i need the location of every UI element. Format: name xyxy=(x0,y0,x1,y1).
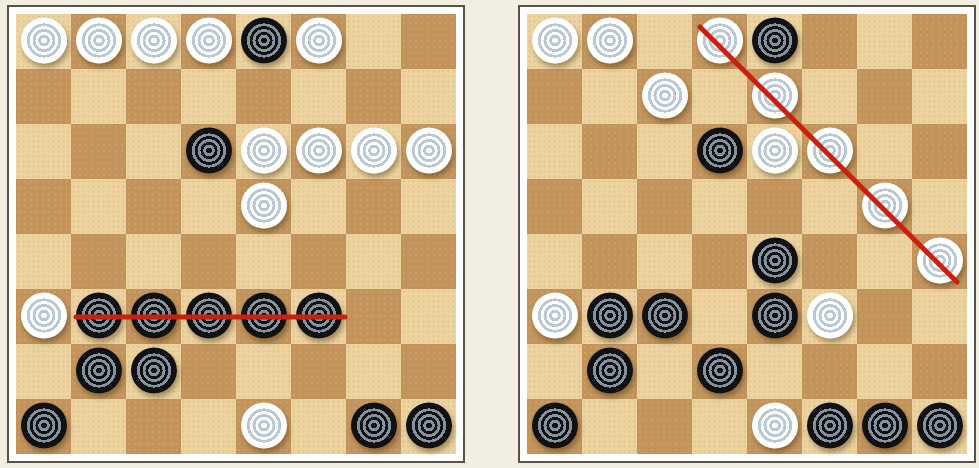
white-checker-r2c5[interactable] xyxy=(296,127,342,173)
white-checker-r0c1[interactable] xyxy=(587,17,633,63)
board-left-square-r1c5[interactable] xyxy=(291,69,346,124)
board-left-square-r4c0[interactable] xyxy=(16,234,71,289)
black-checker-r7c6[interactable] xyxy=(862,402,908,448)
board-right-square-r5c4[interactable] xyxy=(747,289,802,344)
page xyxy=(0,0,979,468)
white-checker-r5c5[interactable] xyxy=(807,292,853,338)
board-right-square-r5c7[interactable] xyxy=(912,289,967,344)
board-left-square-r5c0[interactable] xyxy=(16,289,71,344)
board-left-square-r1c0[interactable] xyxy=(16,69,71,124)
board-left-square-r4c3[interactable] xyxy=(181,234,236,289)
board-left-square-r2c0[interactable] xyxy=(16,124,71,179)
board-left-square-r2c3[interactable] xyxy=(181,124,236,179)
board-left-square-r2c6[interactable] xyxy=(346,124,401,179)
board-right-square-r1c5[interactable] xyxy=(802,69,857,124)
board-left-square-r7c5[interactable] xyxy=(291,399,346,454)
board-right-square-r0c2[interactable] xyxy=(637,14,692,69)
board-left-square-r1c4[interactable] xyxy=(236,69,291,124)
board-right-square-r2c4[interactable] xyxy=(747,124,802,179)
board-left-square-r0c6[interactable] xyxy=(346,14,401,69)
board-left-square-r7c3[interactable] xyxy=(181,399,236,454)
board-right-square-r7c6[interactable] xyxy=(857,399,912,454)
board-left-square-r4c2[interactable] xyxy=(126,234,181,289)
board-right-square-r4c6[interactable] xyxy=(857,234,912,289)
board-left-square-r4c1[interactable] xyxy=(71,234,126,289)
black-checker-r5c2[interactable] xyxy=(642,292,688,338)
board-right-square-r6c7[interactable] xyxy=(912,344,967,399)
board-right-square-r4c4[interactable] xyxy=(747,234,802,289)
board-left-square-r5c3[interactable] xyxy=(181,289,236,344)
white-checker-r7c4[interactable] xyxy=(752,402,798,448)
board-left-square-r6c4[interactable] xyxy=(236,344,291,399)
board-right-square-r7c5[interactable] xyxy=(802,399,857,454)
board-left-square-r6c1[interactable] xyxy=(71,344,126,399)
black-checker-r6c2[interactable] xyxy=(131,347,177,393)
board-right-square-r3c0[interactable] xyxy=(527,179,582,234)
board-right-square-r2c7[interactable] xyxy=(912,124,967,179)
white-checker-r3c6[interactable] xyxy=(862,182,908,228)
white-checker-r0c1[interactable] xyxy=(76,17,122,63)
board-right-square-r6c6[interactable] xyxy=(857,344,912,399)
white-checker-r2c5[interactable] xyxy=(807,127,853,173)
board-right-square-r2c6[interactable] xyxy=(857,124,912,179)
board-left-square-r5c4[interactable] xyxy=(236,289,291,344)
board-left-square-r1c6[interactable] xyxy=(346,69,401,124)
white-checker-r2c6[interactable] xyxy=(351,127,397,173)
board-left-square-r3c0[interactable] xyxy=(16,179,71,234)
board-left-square-r4c7[interactable] xyxy=(401,234,456,289)
board-right-square-r0c5[interactable] xyxy=(802,14,857,69)
board-left-square-r3c3[interactable] xyxy=(181,179,236,234)
board-right-square-r0c7[interactable] xyxy=(912,14,967,69)
board-right-square-r3c5[interactable] xyxy=(802,179,857,234)
board-right-square-r0c3[interactable] xyxy=(692,14,747,69)
black-checker-r5c1[interactable] xyxy=(76,292,122,338)
black-checker-r7c0[interactable] xyxy=(21,402,67,448)
board-left-square-r6c7[interactable] xyxy=(401,344,456,399)
board-right-square-r7c1[interactable] xyxy=(582,399,637,454)
board-right-square-r6c1[interactable] xyxy=(582,344,637,399)
black-checker-r6c1[interactable] xyxy=(587,347,633,393)
black-checker-r7c6[interactable] xyxy=(351,402,397,448)
board-left-square-r5c6[interactable] xyxy=(346,289,401,344)
board-left-square-r6c5[interactable] xyxy=(291,344,346,399)
board-left-square-r3c6[interactable] xyxy=(346,179,401,234)
white-checker-r0c2[interactable] xyxy=(131,17,177,63)
white-checker-r5c0[interactable] xyxy=(21,292,67,338)
board-left-square-r3c5[interactable] xyxy=(291,179,346,234)
board-right-square-r2c0[interactable] xyxy=(527,124,582,179)
board-right-grid xyxy=(527,14,967,454)
board-right-square-r4c0[interactable] xyxy=(527,234,582,289)
board-right-square-r5c5[interactable] xyxy=(802,289,857,344)
board-left-square-r0c4[interactable] xyxy=(236,14,291,69)
black-checker-r7c7[interactable] xyxy=(406,402,452,448)
white-checker-r0c0[interactable] xyxy=(532,17,578,63)
white-checker-r7c4[interactable] xyxy=(241,402,287,448)
black-checker-r6c1[interactable] xyxy=(76,347,122,393)
board-left-square-r7c7[interactable] xyxy=(401,399,456,454)
board-left-square-r5c1[interactable] xyxy=(71,289,126,344)
board-left-square-r7c1[interactable] xyxy=(71,399,126,454)
black-checker-r5c5[interactable] xyxy=(296,292,342,338)
board-left-square-r0c7[interactable] xyxy=(401,14,456,69)
board-left-square-r5c5[interactable] xyxy=(291,289,346,344)
board-left-square-r3c2[interactable] xyxy=(126,179,181,234)
black-checker-r0c4[interactable] xyxy=(241,17,287,63)
black-checker-r7c0[interactable] xyxy=(532,402,578,448)
board-left-square-r2c4[interactable] xyxy=(236,124,291,179)
board-right-square-r3c3[interactable] xyxy=(692,179,747,234)
board-left-square-r5c7[interactable] xyxy=(401,289,456,344)
board-left-square-r3c4[interactable] xyxy=(236,179,291,234)
board-right-square-r4c1[interactable] xyxy=(582,234,637,289)
black-checker-r2c3[interactable] xyxy=(697,127,743,173)
board-right-square-r3c7[interactable] xyxy=(912,179,967,234)
board-left-square-r7c4[interactable] xyxy=(236,399,291,454)
board-right-square-r7c3[interactable] xyxy=(692,399,747,454)
board-left-square-r4c5[interactable] xyxy=(291,234,346,289)
black-checker-r5c2[interactable] xyxy=(131,292,177,338)
board-right-square-r1c4[interactable] xyxy=(747,69,802,124)
board-left-square-r1c1[interactable] xyxy=(71,69,126,124)
board-left-square-r0c5[interactable] xyxy=(291,14,346,69)
board-left-square-r0c2[interactable] xyxy=(126,14,181,69)
board-right-square-r1c6[interactable] xyxy=(857,69,912,124)
board-right-square-r6c3[interactable] xyxy=(692,344,747,399)
board-right-square-r3c2[interactable] xyxy=(637,179,692,234)
black-checker-r7c7[interactable] xyxy=(917,402,963,448)
board-left-square-r6c3[interactable] xyxy=(181,344,236,399)
white-checker-r0c3[interactable] xyxy=(697,17,743,63)
board-left-square-r2c7[interactable] xyxy=(401,124,456,179)
board-left-square-r2c2[interactable] xyxy=(126,124,181,179)
board-right-square-r2c1[interactable] xyxy=(582,124,637,179)
board-right-square-r5c2[interactable] xyxy=(637,289,692,344)
board-left-square-r3c7[interactable] xyxy=(401,179,456,234)
board-left-square-r1c2[interactable] xyxy=(126,69,181,124)
board-left-square-r0c0[interactable] xyxy=(16,14,71,69)
board-left xyxy=(7,5,465,463)
board-right-square-r0c0[interactable] xyxy=(527,14,582,69)
board-right-square-r3c1[interactable] xyxy=(582,179,637,234)
board-right-square-r4c3[interactable] xyxy=(692,234,747,289)
board-left-square-r4c6[interactable] xyxy=(346,234,401,289)
white-checker-r2c4[interactable] xyxy=(241,127,287,173)
black-checker-r6c3[interactable] xyxy=(697,347,743,393)
board-right-square-r0c6[interactable] xyxy=(857,14,912,69)
board-right-square-r1c0[interactable] xyxy=(527,69,582,124)
black-checker-r7c5[interactable] xyxy=(807,402,853,448)
board-right-square-r1c3[interactable] xyxy=(692,69,747,124)
white-checker-r0c0[interactable] xyxy=(21,17,67,63)
board-right-square-r5c1[interactable] xyxy=(582,289,637,344)
board-left-square-r0c3[interactable] xyxy=(181,14,236,69)
board-right-square-r6c4[interactable] xyxy=(747,344,802,399)
white-checker-r0c3[interactable] xyxy=(186,17,232,63)
board-right-square-r4c7[interactable] xyxy=(912,234,967,289)
board-right-square-r4c2[interactable] xyxy=(637,234,692,289)
white-checker-r2c7[interactable] xyxy=(406,127,452,173)
board-right-square-r6c2[interactable] xyxy=(637,344,692,399)
board-right-square-r2c3[interactable] xyxy=(692,124,747,179)
black-checker-r0c4[interactable] xyxy=(752,17,798,63)
board-right-square-r7c2[interactable] xyxy=(637,399,692,454)
board-right-square-r0c1[interactable] xyxy=(582,14,637,69)
board-right-square-r3c6[interactable] xyxy=(857,179,912,234)
black-checker-r5c4[interactable] xyxy=(752,292,798,338)
board-right-square-r7c0[interactable] xyxy=(527,399,582,454)
board-left-square-r2c5[interactable] xyxy=(291,124,346,179)
board-right-square-r6c0[interactable] xyxy=(527,344,582,399)
board-right-square-r4c5[interactable] xyxy=(802,234,857,289)
board-right-square-r1c2[interactable] xyxy=(637,69,692,124)
white-checker-r4c7[interactable] xyxy=(917,237,963,283)
board-right-square-r2c5[interactable] xyxy=(802,124,857,179)
board-right-square-r1c7[interactable] xyxy=(912,69,967,124)
white-checker-r2c4[interactable] xyxy=(752,127,798,173)
white-checker-r0c5[interactable] xyxy=(296,17,342,63)
board-right xyxy=(518,5,976,463)
board-right-square-r7c7[interactable] xyxy=(912,399,967,454)
board-left-square-r1c3[interactable] xyxy=(181,69,236,124)
board-left-square-r6c2[interactable] xyxy=(126,344,181,399)
board-right-square-r5c3[interactable] xyxy=(692,289,747,344)
board-left-square-r0c1[interactable] xyxy=(71,14,126,69)
board-left-square-r3c1[interactable] xyxy=(71,179,126,234)
white-checker-r1c4[interactable] xyxy=(752,72,798,118)
board-right-square-r2c2[interactable] xyxy=(637,124,692,179)
board-left-square-r7c0[interactable] xyxy=(16,399,71,454)
black-checker-r2c3[interactable] xyxy=(186,127,232,173)
board-left-square-r7c2[interactable] xyxy=(126,399,181,454)
board-left-square-r2c1[interactable] xyxy=(71,124,126,179)
board-right-square-r5c0[interactable] xyxy=(527,289,582,344)
board-right-square-r6c5[interactable] xyxy=(802,344,857,399)
black-checker-r4c4[interactable] xyxy=(752,237,798,283)
board-left-square-r5c2[interactable] xyxy=(126,289,181,344)
board-right-square-r0c4[interactable] xyxy=(747,14,802,69)
board-left-square-r4c4[interactable] xyxy=(236,234,291,289)
black-checker-r5c4[interactable] xyxy=(241,292,287,338)
board-left-grid xyxy=(16,14,456,454)
board-left-square-r1c7[interactable] xyxy=(401,69,456,124)
board-right-square-r7c4[interactable] xyxy=(747,399,802,454)
board-right-square-r3c4[interactable] xyxy=(747,179,802,234)
board-left-square-r6c6[interactable] xyxy=(346,344,401,399)
white-checker-r3c4[interactable] xyxy=(241,182,287,228)
board-right-square-r5c6[interactable] xyxy=(857,289,912,344)
black-checker-r5c3[interactable] xyxy=(186,292,232,338)
black-checker-r5c1[interactable] xyxy=(587,292,633,338)
board-left-square-r7c6[interactable] xyxy=(346,399,401,454)
white-checker-r1c2[interactable] xyxy=(642,72,688,118)
white-checker-r5c0[interactable] xyxy=(532,292,578,338)
board-right-square-r1c1[interactable] xyxy=(582,69,637,124)
board-left-square-r6c0[interactable] xyxy=(16,344,71,399)
